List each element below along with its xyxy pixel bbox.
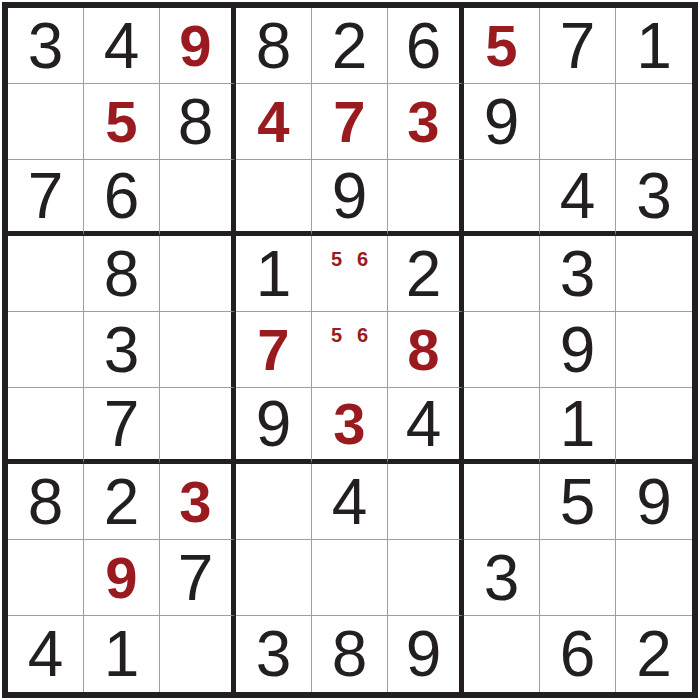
pencil-mark-digit: 6 <box>357 325 368 345</box>
cell-r3c9[interactable]: 3 <box>616 160 692 236</box>
entered-digit: 5 <box>485 17 517 75</box>
cell-r8c7[interactable]: 3 <box>464 540 540 616</box>
cell-r8c8[interactable] <box>540 540 616 616</box>
cell-r2c7[interactable]: 9 <box>464 84 540 160</box>
cell-r4c9[interactable] <box>616 236 692 312</box>
cell-r8c3[interactable]: 7 <box>160 540 236 616</box>
entered-digit: 7 <box>257 321 289 379</box>
pencil-mark-digit: 5 <box>331 249 342 269</box>
pencil-mark-digit: 6 <box>357 249 368 269</box>
cell-r2c4[interactable]: 4 <box>236 84 312 160</box>
cell-r8c2[interactable]: 9 <box>84 540 160 616</box>
cell-r7c9[interactable]: 9 <box>616 464 692 540</box>
given-digit: 2 <box>104 470 140 534</box>
pencil-marks: 56 <box>312 325 387 345</box>
cell-r3c6[interactable] <box>388 160 464 236</box>
given-digit: 7 <box>28 164 64 228</box>
given-digit: 7 <box>560 14 596 78</box>
entered-digit: 3 <box>333 395 365 453</box>
cell-r5c1[interactable] <box>8 312 84 388</box>
cell-r9c7[interactable] <box>464 616 540 692</box>
cell-r1c5[interactable]: 2 <box>312 8 388 84</box>
cell-r5c5[interactable]: 56 <box>312 312 388 388</box>
cell-r9c6[interactable]: 9 <box>388 616 464 692</box>
cell-r4c7[interactable] <box>464 236 540 312</box>
given-digit: 3 <box>636 164 672 228</box>
cell-r3c8[interactable]: 4 <box>540 160 616 236</box>
cell-r6c8[interactable]: 1 <box>540 388 616 464</box>
given-digit: 6 <box>406 14 442 78</box>
cell-r3c5[interactable]: 9 <box>312 160 388 236</box>
entered-digit: 3 <box>407 93 439 151</box>
cell-r5c6[interactable]: 8 <box>388 312 464 388</box>
given-digit: 7 <box>104 392 140 456</box>
given-digit: 9 <box>560 318 596 382</box>
given-digit: 9 <box>636 470 672 534</box>
given-digit: 2 <box>636 622 672 686</box>
cell-r7c8[interactable]: 5 <box>540 464 616 540</box>
cell-r1c8[interactable]: 7 <box>540 8 616 84</box>
cell-r7c1[interactable]: 8 <box>8 464 84 540</box>
given-digit: 9 <box>406 622 442 686</box>
given-digit: 3 <box>104 318 140 382</box>
given-digit: 4 <box>406 392 442 456</box>
cell-r7c2[interactable]: 2 <box>84 464 160 540</box>
pencil-marks: 56 <box>312 249 387 269</box>
cell-r9c1[interactable]: 4 <box>8 616 84 692</box>
given-digit: 4 <box>560 164 596 228</box>
cell-r8c9[interactable] <box>616 540 692 616</box>
given-digit: 6 <box>560 622 596 686</box>
cell-r3c4[interactable] <box>236 160 312 236</box>
cell-r6c4[interactable]: 9 <box>236 388 312 464</box>
entered-digit: 9 <box>105 549 137 607</box>
given-digit: 3 <box>256 622 292 686</box>
cell-r1c2[interactable]: 4 <box>84 8 160 84</box>
cell-r5c9[interactable] <box>616 312 692 388</box>
cell-r8c1[interactable] <box>8 540 84 616</box>
given-digit: 2 <box>406 242 442 306</box>
given-digit: 8 <box>178 90 214 154</box>
sudoku-board: 3498265715847397694381562337568979341823… <box>2 2 698 698</box>
cell-r7c5[interactable]: 4 <box>312 464 388 540</box>
given-digit: 7 <box>178 546 214 610</box>
given-digit: 8 <box>28 470 64 534</box>
given-digit: 1 <box>256 242 292 306</box>
cell-r2c9[interactable] <box>616 84 692 160</box>
cell-r3c2[interactable]: 6 <box>84 160 160 236</box>
cell-r5c3[interactable] <box>160 312 236 388</box>
given-digit: 2 <box>332 14 368 78</box>
cell-r9c9[interactable]: 2 <box>616 616 692 692</box>
cell-r4c3[interactable] <box>160 236 236 312</box>
given-digit: 1 <box>560 392 596 456</box>
cell-r4c5[interactable]: 56 <box>312 236 388 312</box>
given-digit: 4 <box>104 14 140 78</box>
given-digit: 3 <box>28 14 64 78</box>
cell-r2c3[interactable]: 8 <box>160 84 236 160</box>
cell-r1c9[interactable]: 1 <box>616 8 692 84</box>
cell-r3c7[interactable] <box>464 160 540 236</box>
cell-r4c6[interactable]: 2 <box>388 236 464 312</box>
cell-r6c2[interactable]: 7 <box>84 388 160 464</box>
entered-digit: 8 <box>407 321 439 379</box>
given-digit: 3 <box>484 546 520 610</box>
cell-r6c6[interactable]: 4 <box>388 388 464 464</box>
cell-r8c6[interactable] <box>388 540 464 616</box>
cell-r4c2[interactable]: 8 <box>84 236 160 312</box>
cell-r1c4[interactable]: 8 <box>236 8 312 84</box>
given-digit: 1 <box>104 622 140 686</box>
cell-r6c1[interactable] <box>8 388 84 464</box>
cell-r6c5[interactable]: 3 <box>312 388 388 464</box>
cell-r7c4[interactable] <box>236 464 312 540</box>
cell-r2c2[interactable]: 5 <box>84 84 160 160</box>
cell-r1c7[interactable]: 5 <box>464 8 540 84</box>
given-digit: 4 <box>28 622 64 686</box>
cell-r4c8[interactable]: 3 <box>540 236 616 312</box>
given-digit: 1 <box>636 14 672 78</box>
given-digit: 3 <box>560 242 596 306</box>
cell-r8c4[interactable] <box>236 540 312 616</box>
cell-r8c5[interactable] <box>312 540 388 616</box>
cell-r5c2[interactable]: 3 <box>84 312 160 388</box>
cell-r2c8[interactable] <box>540 84 616 160</box>
given-digit: 4 <box>332 470 368 534</box>
cell-r4c4[interactable]: 1 <box>236 236 312 312</box>
cell-r3c3[interactable] <box>160 160 236 236</box>
cell-r5c7[interactable] <box>464 312 540 388</box>
pencil-mark-digit: 5 <box>331 325 342 345</box>
entered-digit: 9 <box>179 17 211 75</box>
cell-r2c5[interactable]: 7 <box>312 84 388 160</box>
given-digit: 8 <box>256 14 292 78</box>
entered-digit: 5 <box>105 93 137 151</box>
cell-r9c5[interactable]: 8 <box>312 616 388 692</box>
entered-digit: 7 <box>333 93 365 151</box>
entered-digit: 3 <box>179 473 211 531</box>
given-digit: 9 <box>256 392 292 456</box>
cell-r9c4[interactable]: 3 <box>236 616 312 692</box>
cell-r9c3[interactable] <box>160 616 236 692</box>
given-digit: 5 <box>560 470 596 534</box>
given-digit: 9 <box>484 90 520 154</box>
cell-r7c6[interactable] <box>388 464 464 540</box>
cell-r9c8[interactable]: 6 <box>540 616 616 692</box>
cell-r1c1[interactable]: 3 <box>8 8 84 84</box>
given-digit: 9 <box>332 164 368 228</box>
cell-r2c1[interactable] <box>8 84 84 160</box>
cell-r2c6[interactable]: 3 <box>388 84 464 160</box>
cell-r7c7[interactable] <box>464 464 540 540</box>
cell-r6c3[interactable] <box>160 388 236 464</box>
cell-r6c9[interactable] <box>616 388 692 464</box>
cell-r1c3[interactable]: 9 <box>160 8 236 84</box>
cell-r5c8[interactable]: 9 <box>540 312 616 388</box>
cell-r3c1[interactable]: 7 <box>8 160 84 236</box>
entered-digit: 4 <box>257 93 289 151</box>
cell-r6c7[interactable] <box>464 388 540 464</box>
given-digit: 8 <box>104 242 140 306</box>
given-digit: 8 <box>332 622 368 686</box>
cell-r1c6[interactable]: 6 <box>388 8 464 84</box>
given-digit: 6 <box>104 164 140 228</box>
cell-r4c1[interactable] <box>8 236 84 312</box>
cell-r9c2[interactable]: 1 <box>84 616 160 692</box>
cell-r5c4[interactable]: 7 <box>236 312 312 388</box>
cell-r7c3[interactable]: 3 <box>160 464 236 540</box>
